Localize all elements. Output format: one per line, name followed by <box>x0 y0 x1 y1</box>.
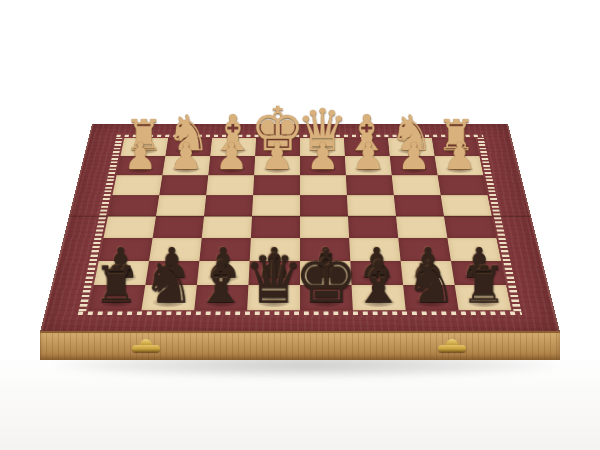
square-b1[interactable] <box>388 138 435 156</box>
square-a8[interactable] <box>455 285 512 310</box>
square-c3[interactable] <box>346 175 394 195</box>
square-f1[interactable] <box>210 138 256 156</box>
square-g3[interactable] <box>159 175 208 195</box>
brass-hinge-icon <box>438 339 466 352</box>
square-d1[interactable] <box>300 138 345 156</box>
square-g5[interactable] <box>153 216 204 238</box>
square-d7[interactable] <box>300 261 352 285</box>
square-a7[interactable] <box>451 261 506 285</box>
square-d8[interactable] <box>300 285 353 310</box>
square-c1[interactable] <box>344 138 390 156</box>
square-d6[interactable] <box>300 238 350 261</box>
square-a3[interactable] <box>438 175 488 195</box>
square-h1[interactable] <box>120 138 168 156</box>
square-a2[interactable] <box>435 156 484 175</box>
square-d2[interactable] <box>300 156 346 175</box>
square-e7[interactable] <box>248 261 300 285</box>
square-b5[interactable] <box>396 216 447 238</box>
square-a1[interactable] <box>432 138 480 156</box>
square-h2[interactable] <box>116 156 165 175</box>
square-f7[interactable] <box>197 261 250 285</box>
square-e4[interactable] <box>252 195 300 216</box>
square-g7[interactable] <box>145 261 199 285</box>
product-photo-scene: ♜♞♝♚♛♝♞♜♟♟♟♟♟♟♟♟♟♟♟♟♟♟♟♟♜♞♝♛♚♝♞♜ <box>0 0 600 450</box>
square-c2[interactable] <box>345 156 392 175</box>
hinge-plate <box>438 345 466 352</box>
square-h3[interactable] <box>112 175 162 195</box>
square-b3[interactable] <box>392 175 441 195</box>
square-d3[interactable] <box>300 175 347 195</box>
square-d5[interactable] <box>300 216 349 238</box>
square-f2[interactable] <box>208 156 255 175</box>
square-d4[interactable] <box>300 195 348 216</box>
brass-hinge-icon <box>132 339 160 352</box>
square-e6[interactable] <box>250 238 300 261</box>
square-g6[interactable] <box>149 238 202 261</box>
square-h4[interactable] <box>108 195 159 216</box>
square-e2[interactable] <box>254 156 300 175</box>
square-f3[interactable] <box>206 175 254 195</box>
square-h6[interactable] <box>99 238 153 261</box>
square-c5[interactable] <box>348 216 398 238</box>
chess-board: ♜♞♝♚♛♝♞♜♟♟♟♟♟♟♟♟♟♟♟♟♟♟♟♟♜♞♝♛♚♝♞♜ <box>40 124 560 332</box>
square-e5[interactable] <box>251 216 300 238</box>
square-g1[interactable] <box>165 138 212 156</box>
square-b2[interactable] <box>390 156 438 175</box>
square-a5[interactable] <box>444 216 497 238</box>
oak-woodgrain <box>40 333 560 360</box>
square-b6[interactable] <box>398 238 451 261</box>
box-side-front <box>40 331 560 360</box>
square-b7[interactable] <box>401 261 455 285</box>
square-b8[interactable] <box>403 285 459 310</box>
square-h7[interactable] <box>94 261 149 285</box>
square-h5[interactable] <box>103 216 156 238</box>
square-e1[interactable] <box>255 138 300 156</box>
square-a4[interactable] <box>441 195 492 216</box>
square-b4[interactable] <box>394 195 444 216</box>
hinge-plate <box>132 345 160 352</box>
square-c8[interactable] <box>352 285 406 310</box>
square-a6[interactable] <box>447 238 501 261</box>
square-e3[interactable] <box>253 175 300 195</box>
board-squares <box>88 138 511 310</box>
square-f6[interactable] <box>199 238 251 261</box>
square-g8[interactable] <box>141 285 197 310</box>
square-f8[interactable] <box>194 285 248 310</box>
square-f5[interactable] <box>202 216 252 238</box>
square-g4[interactable] <box>156 195 206 216</box>
square-f4[interactable] <box>204 195 253 216</box>
square-c6[interactable] <box>349 238 401 261</box>
square-g2[interactable] <box>162 156 210 175</box>
square-c4[interactable] <box>347 195 396 216</box>
square-c7[interactable] <box>350 261 403 285</box>
square-e8[interactable] <box>247 285 300 310</box>
square-h8[interactable] <box>88 285 145 310</box>
